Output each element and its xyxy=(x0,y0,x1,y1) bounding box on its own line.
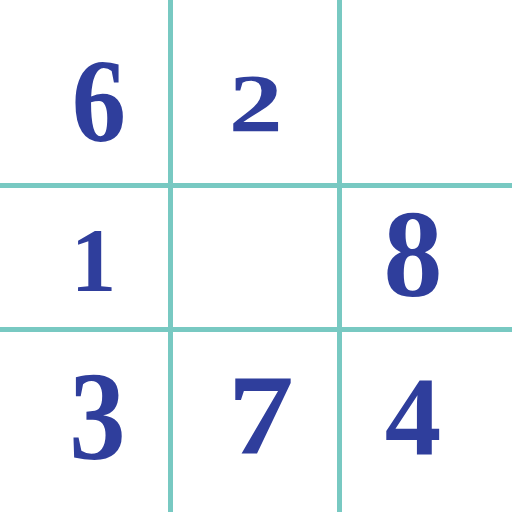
cell-r2c1[interactable]: 7 xyxy=(173,332,337,512)
cell-r0c1[interactable]: 2 xyxy=(173,0,337,183)
cell-digit: 8 xyxy=(384,192,443,316)
cell-r0c2[interactable] xyxy=(342,0,512,183)
cell-digit: 6 xyxy=(71,42,125,160)
cell-digit: 2 xyxy=(229,62,283,145)
cell-r2c0[interactable]: 3 xyxy=(0,332,168,512)
cell-r0c0[interactable]: 6 xyxy=(0,0,168,183)
cell-digit: 1 xyxy=(71,215,117,306)
cell-r1c1[interactable] xyxy=(173,188,337,327)
sudoku-board: 6 2 1 8 3 7 4 xyxy=(0,0,512,512)
cell-digit: 7 xyxy=(228,358,294,473)
cell-r1c0[interactable]: 1 xyxy=(0,188,168,327)
cell-digit: 4 xyxy=(385,359,442,472)
cell-r2c2[interactable]: 4 xyxy=(342,332,512,512)
cell-r1c2[interactable]: 8 xyxy=(342,188,512,327)
cell-digit: 3 xyxy=(69,352,125,480)
